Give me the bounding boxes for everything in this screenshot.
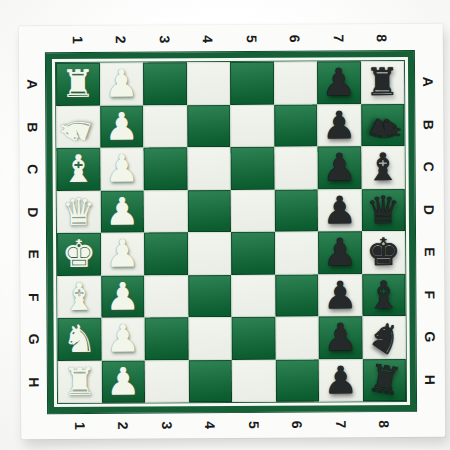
piece-white-knight-g1[interactable]: ♞ — [62, 320, 96, 358]
piece-black-queen-d8[interactable]: ♛ — [366, 191, 400, 229]
square-e4[interactable] — [188, 232, 232, 275]
piece-black-pawn-g7[interactable]: ♟ — [323, 318, 357, 356]
file-label-g: G — [416, 316, 445, 359]
file-label-e: E — [20, 233, 47, 276]
square-c5[interactable] — [230, 147, 274, 190]
square-g2[interactable]: ♟ — [101, 318, 145, 361]
piece-black-pawn-h7[interactable]: ♟ — [323, 361, 357, 399]
coordinate-text: A — [422, 77, 436, 87]
coordinate-text: 7 — [334, 420, 348, 428]
square-h7[interactable]: ♟ — [319, 359, 363, 402]
coordinate-text: C — [422, 162, 436, 172]
file-label-a: A — [414, 61, 443, 104]
coordinate-text: A — [26, 79, 40, 89]
square-g5[interactable] — [232, 317, 276, 360]
rank-label-5: 5 — [232, 412, 276, 438]
square-f5[interactable] — [231, 274, 275, 317]
piece-white-pawn-c2[interactable]: ♟ — [105, 150, 139, 188]
rank-label-3: 3 — [145, 412, 189, 438]
rank-labels-top: 12345678 — [46, 24, 414, 53]
piece-white-bishop-f1[interactable]: ♝ — [62, 278, 96, 316]
square-g1[interactable]: ♞ — [58, 318, 102, 361]
piece-white-knight-b1[interactable]: ♞ — [51, 107, 98, 152]
square-a7[interactable]: ♟ — [317, 61, 361, 104]
square-b1[interactable]: ♞ — [56, 105, 100, 148]
square-f6[interactable] — [275, 274, 319, 317]
piece-black-bishop-f8[interactable]: ♝ — [366, 276, 400, 314]
file-label-f: F — [20, 276, 47, 319]
file-label-h: H — [416, 358, 445, 401]
piece-white-pawn-g2[interactable]: ♟ — [106, 320, 140, 358]
piece-white-bishop-c1[interactable]: ♝ — [61, 150, 95, 188]
piece-black-rook-a8[interactable]: ♜ — [365, 63, 399, 101]
coordinate-text: B — [422, 119, 436, 129]
rank-label-4: 4 — [189, 412, 233, 438]
file-label-a: A — [19, 63, 46, 106]
square-g4[interactable] — [188, 317, 232, 360]
square-e8[interactable]: ♚ — [362, 231, 406, 274]
square-h5[interactable] — [232, 359, 276, 402]
coordinate-text: G — [27, 334, 41, 345]
square-h2[interactable]: ♟ — [101, 360, 145, 403]
square-a5[interactable] — [230, 62, 274, 105]
coordinate-text: D — [422, 204, 436, 214]
square-h8[interactable]: ♜ — [362, 358, 406, 401]
square-a8[interactable]: ♜ — [360, 61, 404, 104]
rank-label-7: 7 — [317, 24, 361, 51]
coordinate-text: 4 — [201, 35, 215, 43]
coordinate-text: G — [423, 332, 437, 343]
square-g3[interactable] — [145, 317, 189, 360]
piece-black-rook-h8[interactable]: ♜ — [365, 358, 405, 401]
square-h4[interactable] — [188, 360, 232, 403]
square-a3[interactable] — [143, 62, 187, 105]
coordinate-text: 4 — [203, 421, 217, 429]
square-b4[interactable] — [187, 105, 231, 148]
coordinate-text: 6 — [290, 421, 304, 429]
square-e5[interactable] — [231, 232, 275, 275]
piece-black-pawn-e7[interactable]: ♟ — [323, 233, 357, 271]
piece-black-pawn-f7[interactable]: ♟ — [323, 276, 357, 314]
square-b6[interactable] — [274, 104, 318, 147]
square-d2[interactable]: ♟ — [100, 190, 144, 233]
piece-white-pawn-a2[interactable]: ♟ — [104, 65, 138, 103]
piece-white-queen-d1[interactable]: ♛ — [61, 193, 95, 231]
square-b8[interactable]: ♞ — [361, 103, 405, 146]
square-g8[interactable]: ♞ — [362, 316, 406, 359]
coordinate-text: H — [27, 377, 41, 387]
piece-white-pawn-d2[interactable]: ♟ — [105, 192, 139, 230]
piece-black-pawn-d7[interactable]: ♟ — [322, 191, 356, 229]
coordinate-text: 6 — [288, 34, 302, 42]
board-frame: ♜♟♟♜♞♟♟♞♝♟♟♝♛♟♟♛♚♟♟♚♝♟♟♝♞♟♟♞♜♟♟♜ — [46, 51, 416, 413]
rank-label-8: 8 — [360, 24, 404, 51]
square-b7[interactable]: ♟ — [317, 104, 361, 147]
piece-black-bishop-c8[interactable]: ♝ — [366, 148, 400, 186]
square-d4[interactable] — [187, 190, 231, 233]
square-f3[interactable] — [144, 275, 188, 318]
square-d3[interactable] — [144, 190, 188, 233]
square-d7[interactable]: ♟ — [318, 189, 362, 232]
piece-black-king-e8[interactable]: ♚ — [366, 233, 400, 271]
piece-black-knight-g8[interactable]: ♞ — [361, 313, 411, 364]
file-label-c: C — [414, 146, 443, 189]
file-label-e: E — [415, 231, 444, 274]
coordinate-text: 1 — [71, 35, 85, 43]
coordinate-text: H — [423, 374, 437, 384]
file-labels-right: ABCDEFGH — [414, 51, 445, 411]
coordinate-text: E — [27, 250, 41, 259]
rank-label-2: 2 — [99, 26, 143, 53]
coordinate-text: 2 — [114, 35, 128, 43]
piece-white-pawn-f2[interactable]: ♟ — [105, 277, 139, 315]
square-c4[interactable] — [187, 147, 231, 190]
square-d6[interactable] — [274, 189, 318, 232]
square-a6[interactable] — [273, 61, 317, 104]
piece-black-pawn-a7[interactable]: ♟ — [322, 63, 356, 101]
rank-label-2: 2 — [102, 413, 146, 439]
file-label-d: D — [415, 188, 444, 231]
file-label-b: B — [414, 103, 443, 146]
square-f4[interactable] — [188, 275, 232, 318]
square-h1[interactable]: ♜ — [58, 360, 102, 403]
square-d1[interactable]: ♛ — [57, 190, 101, 233]
square-b3[interactable] — [143, 105, 187, 148]
file-label-c: C — [19, 148, 46, 191]
coordinate-text: 3 — [160, 421, 174, 429]
square-h6[interactable] — [275, 359, 319, 402]
chess-board: ♜♟♟♜♞♟♟♞♝♟♟♝♛♟♟♛♚♟♟♚♝♟♟♝♞♟♟♞♜♟♟♜ — [55, 60, 407, 404]
piece-white-pawn-h2[interactable]: ♟ — [106, 362, 140, 400]
coordinate-text: 2 — [116, 422, 130, 430]
rank-label-1: 1 — [56, 26, 100, 53]
rank-label-1: 1 — [58, 413, 102, 439]
square-c8[interactable]: ♝ — [361, 146, 405, 189]
coordinate-text: E — [423, 247, 437, 256]
coordinate-text: F — [27, 293, 41, 302]
coordinate-text: C — [26, 164, 40, 174]
piece-white-pawn-b2[interactable]: ♟ — [104, 107, 138, 145]
square-h3[interactable] — [145, 360, 189, 403]
photo-background: 12345678 12345678 ABCDEFGH ABCDEFGH ♜♟♟♜… — [0, 0, 450, 450]
square-b2[interactable]: ♟ — [100, 105, 144, 148]
square-e7[interactable]: ♟ — [318, 231, 362, 274]
square-a1[interactable]: ♜ — [56, 63, 100, 106]
square-d8[interactable]: ♛ — [361, 188, 405, 231]
square-g7[interactable]: ♟ — [319, 316, 363, 359]
file-label-h: H — [21, 361, 48, 404]
square-c1[interactable]: ♝ — [56, 148, 100, 191]
coordinate-text: 5 — [245, 34, 259, 42]
piece-black-pawn-c7[interactable]: ♟ — [322, 148, 356, 186]
square-c3[interactable] — [143, 147, 187, 190]
square-e6[interactable] — [275, 231, 319, 274]
square-c2[interactable]: ♟ — [100, 148, 144, 191]
square-b5[interactable] — [230, 104, 274, 147]
piece-black-pawn-b7[interactable]: ♟ — [322, 106, 356, 144]
square-a4[interactable] — [186, 62, 230, 105]
piece-white-rook-h1[interactable]: ♜ — [63, 363, 97, 401]
rank-label-5: 5 — [230, 25, 274, 52]
square-e1[interactable]: ♚ — [57, 233, 101, 276]
coordinate-text: 1 — [73, 422, 87, 430]
square-f7[interactable]: ♟ — [318, 274, 362, 317]
square-c6[interactable] — [274, 146, 318, 189]
coordinate-text: D — [26, 207, 40, 217]
square-a2[interactable]: ♟ — [99, 63, 143, 106]
piece-white-king-e1[interactable]: ♚ — [62, 235, 96, 273]
rank-label-3: 3 — [143, 25, 187, 52]
coordinate-text: 8 — [375, 34, 389, 42]
square-f2[interactable]: ♟ — [101, 275, 145, 318]
square-e2[interactable]: ♟ — [101, 233, 145, 276]
file-label-f: F — [415, 273, 444, 316]
coordinate-text: 8 — [377, 420, 391, 428]
rank-label-7: 7 — [319, 411, 363, 437]
piece-white-pawn-e2[interactable]: ♟ — [105, 235, 139, 273]
coordinate-text: B — [26, 122, 40, 132]
coordinate-text: 5 — [247, 421, 261, 429]
file-label-g: G — [21, 318, 48, 361]
square-g6[interactable] — [275, 316, 319, 359]
square-c7[interactable]: ♟ — [317, 146, 361, 189]
chess-mat: 12345678 12345678 ABCDEFGH ABCDEFGH ♜♟♟♜… — [19, 24, 446, 440]
rank-label-6: 6 — [273, 24, 317, 51]
file-label-d: D — [20, 191, 47, 234]
coordinate-text: 7 — [332, 34, 346, 42]
square-d5[interactable] — [231, 189, 275, 232]
rank-label-4: 4 — [186, 25, 230, 52]
piece-white-rook-a1[interactable]: ♜ — [61, 65, 95, 103]
file-labels-left: ABCDEFGH — [19, 53, 48, 413]
rank-labels-bottom: 12345678 — [48, 411, 416, 439]
rank-label-8: 8 — [363, 411, 407, 437]
square-f1[interactable]: ♝ — [57, 275, 101, 318]
file-label-b: B — [19, 106, 46, 149]
rank-label-6: 6 — [276, 411, 320, 437]
coordinate-text: F — [423, 290, 437, 299]
square-e3[interactable] — [144, 232, 188, 275]
coordinate-text: 3 — [158, 35, 172, 43]
